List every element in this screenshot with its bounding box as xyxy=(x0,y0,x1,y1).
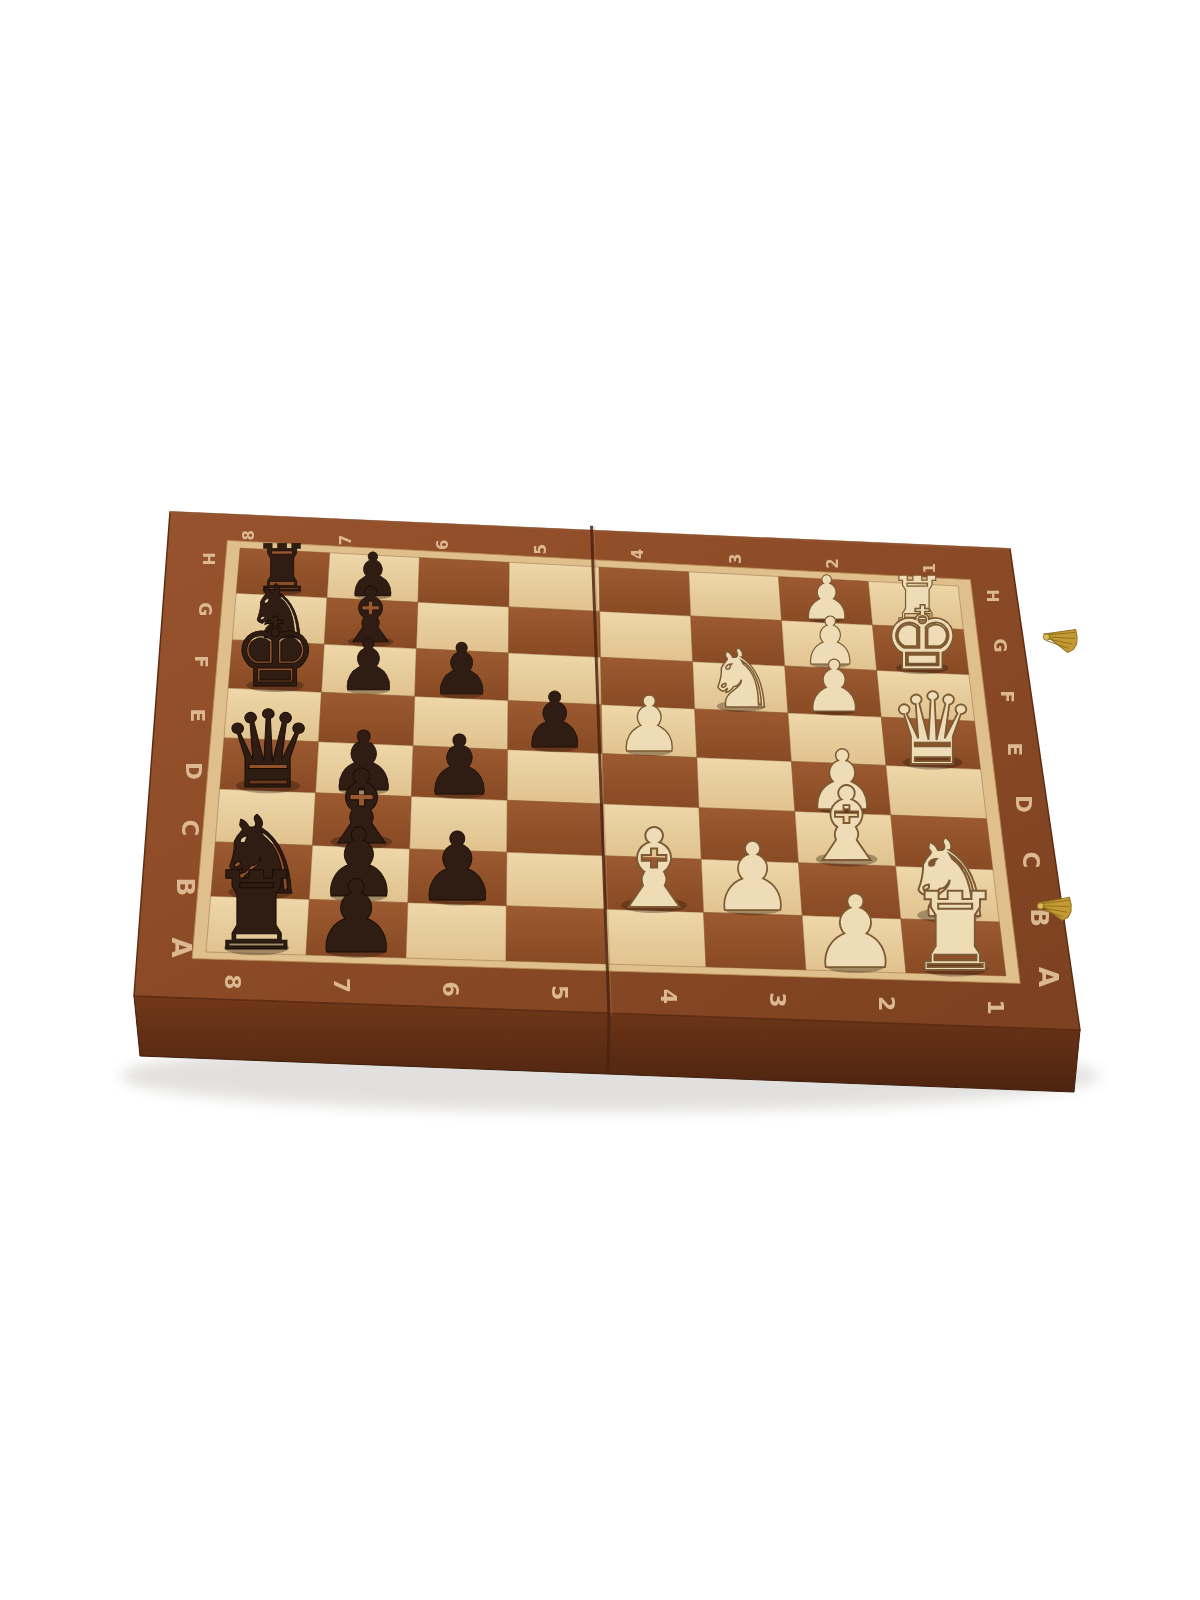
piece-white-pawn-f2[interactable]: ♟ xyxy=(802,645,866,728)
file-label-left-B: B xyxy=(171,877,200,896)
file-label-right-A: A xyxy=(1033,967,1063,988)
rank-label-near-5: 5 xyxy=(547,985,572,1000)
rank-label-near-4: 4 xyxy=(656,989,681,1004)
file-label-left-H: H xyxy=(199,552,218,565)
rank-label-near-1: 1 xyxy=(983,1000,1008,1015)
square-a5[interactable] xyxy=(506,906,606,964)
rank-label-far-5: 5 xyxy=(532,544,550,554)
piece-white-rook-a1[interactable]: ♜ xyxy=(906,869,1004,996)
file-label-right-H: H xyxy=(983,589,1002,602)
file-label-left-C: C xyxy=(177,820,203,837)
file-label-left-D: D xyxy=(181,762,206,780)
square-h3[interactable] xyxy=(689,572,782,621)
square-h4[interactable] xyxy=(599,567,691,616)
square-g5[interactable] xyxy=(509,607,601,657)
chess-board: HHGGFFEEDDCCBBAA8877665544332211 ♜♟♜♟♚♟♞… xyxy=(0,0,1200,1600)
square-b5[interactable] xyxy=(506,852,605,909)
rank-label-far-6: 6 xyxy=(434,539,452,549)
rank-label-far-4: 4 xyxy=(629,549,647,559)
piece-white-pawn-a2[interactable]: ♟ xyxy=(810,873,900,991)
piece-white-knight-f3[interactable]: ♞ xyxy=(705,632,778,726)
square-c5[interactable] xyxy=(507,800,604,856)
file-label-right-C: C xyxy=(1018,851,1044,868)
rank-label-far-3: 3 xyxy=(727,554,745,564)
piece-black-pawn-f7[interactable]: ♟ xyxy=(336,624,400,707)
brass-clasp xyxy=(1041,623,1079,654)
rank-label-near-7: 7 xyxy=(329,978,354,993)
square-h6[interactable] xyxy=(418,558,509,607)
file-label-right-G: G xyxy=(990,638,1010,652)
file-label-left-A: A xyxy=(166,937,196,958)
file-label-right-E: E xyxy=(1003,743,1026,757)
piece-black-pawn-e5[interactable]: ♟ xyxy=(521,676,590,765)
square-d3[interactable] xyxy=(697,758,795,812)
rank-label-near-6: 6 xyxy=(438,981,463,996)
piece-white-pawn-b3[interactable]: ♟ xyxy=(710,822,795,932)
file-label-right-D: D xyxy=(1011,795,1036,813)
square-h5[interactable] xyxy=(509,562,600,611)
rank-label-near-3: 3 xyxy=(765,992,790,1007)
square-g4[interactable] xyxy=(600,611,693,661)
piece-black-pawn-f6[interactable]: ♟ xyxy=(430,628,494,711)
piece-black-pawn-b6[interactable]: ♟ xyxy=(415,812,500,922)
chess-set-product-photo: HHGGFFEEDDCCBBAA8877665544332211 ♜♟♜♟♚♟♞… xyxy=(0,0,1200,1600)
file-label-left-G: G xyxy=(195,602,215,616)
piece-white-queen-e1[interactable]: ♛ xyxy=(888,671,977,788)
file-label-right-F: F xyxy=(997,690,1018,703)
rank-label-near-2: 2 xyxy=(874,996,899,1011)
piece-black-pawn-a7[interactable]: ♟ xyxy=(311,858,401,976)
rank-label-near-8: 8 xyxy=(220,974,245,989)
piece-white-bishop-c2[interactable]: ♝ xyxy=(801,765,893,884)
piece-black-rook-a8[interactable]: ♜ xyxy=(208,848,306,975)
piece-white-pawn-e4[interactable]: ♟ xyxy=(615,680,684,769)
piece-white-bishop-b4[interactable]: ♝ xyxy=(605,805,703,933)
file-label-left-F: F xyxy=(191,655,212,668)
file-label-left-E: E xyxy=(186,709,209,723)
piece-black-pawn-d6[interactable]: ♟ xyxy=(423,717,497,813)
